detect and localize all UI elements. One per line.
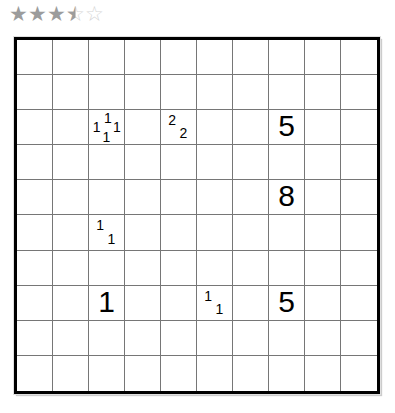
cell-r9c9[interactable] bbox=[305, 321, 341, 356]
cell-r6c6[interactable] bbox=[197, 215, 233, 250]
cell-r4c9[interactable] bbox=[305, 145, 341, 180]
cell-r7c3[interactable] bbox=[89, 251, 125, 286]
cell-r1c9[interactable] bbox=[305, 40, 341, 75]
cell-r1c3[interactable] bbox=[89, 40, 125, 75]
cell-r8c10[interactable] bbox=[341, 286, 377, 321]
cell-r3c3: 1111 bbox=[89, 110, 125, 145]
cell-r4c7[interactable] bbox=[233, 145, 269, 180]
cell-r9c6[interactable] bbox=[197, 321, 233, 356]
clue-number: 5 bbox=[269, 110, 304, 144]
cell-r4c4[interactable] bbox=[125, 145, 161, 180]
cell-r6c1[interactable] bbox=[17, 215, 53, 250]
clue-number: 8 bbox=[269, 180, 304, 214]
cell-r7c10[interactable] bbox=[341, 251, 377, 286]
cell-r3c2[interactable] bbox=[53, 110, 89, 145]
cell-r6c3: 11 bbox=[89, 215, 125, 250]
cell-r2c10[interactable] bbox=[341, 75, 377, 110]
cell-r4c8[interactable] bbox=[269, 145, 305, 180]
clue-number: 1 bbox=[103, 130, 111, 144]
cell-r4c6[interactable] bbox=[197, 145, 233, 180]
cell-r10c7[interactable] bbox=[233, 356, 269, 391]
cell-r3c8: 5 bbox=[269, 110, 305, 145]
cell-r1c2[interactable] bbox=[53, 40, 89, 75]
cell-r9c1[interactable] bbox=[17, 321, 53, 356]
cell-r6c10[interactable] bbox=[341, 215, 377, 250]
cell-r5c5[interactable] bbox=[161, 180, 197, 215]
cell-r5c6[interactable] bbox=[197, 180, 233, 215]
cell-r1c10[interactable] bbox=[341, 40, 377, 75]
cell-r10c5[interactable] bbox=[161, 356, 197, 391]
cell-r1c6[interactable] bbox=[197, 40, 233, 75]
cell-r6c4[interactable] bbox=[125, 215, 161, 250]
cell-r7c6[interactable] bbox=[197, 251, 233, 286]
cell-r9c2[interactable] bbox=[53, 321, 89, 356]
cell-r10c1[interactable] bbox=[17, 356, 53, 391]
cell-r10c8[interactable] bbox=[269, 356, 305, 391]
clue-number: 1 bbox=[96, 218, 104, 232]
cell-r1c4[interactable] bbox=[125, 40, 161, 75]
cell-r3c5: 22 bbox=[161, 110, 197, 145]
cell-r10c6[interactable] bbox=[197, 356, 233, 391]
cell-r6c7[interactable] bbox=[233, 215, 269, 250]
clue-number: 1 bbox=[89, 286, 124, 320]
cell-r2c4[interactable] bbox=[125, 75, 161, 110]
cell-r7c7[interactable] bbox=[233, 251, 269, 286]
cell-r7c2[interactable] bbox=[53, 251, 89, 286]
filled-star-icon: ★ bbox=[9, 1, 28, 27]
cell-r9c8[interactable] bbox=[269, 321, 305, 356]
clue-number: 2 bbox=[179, 126, 187, 140]
cell-r3c9[interactable] bbox=[305, 110, 341, 145]
cell-r10c10[interactable] bbox=[341, 356, 377, 391]
cell-r5c10[interactable] bbox=[341, 180, 377, 215]
cell-r5c8: 8 bbox=[269, 180, 305, 215]
cell-r7c5[interactable] bbox=[161, 251, 197, 286]
cell-r10c2[interactable] bbox=[53, 356, 89, 391]
tapa-board: 11112258111115 bbox=[14, 37, 380, 394]
cell-r2c3[interactable] bbox=[89, 75, 125, 110]
cell-r8c4[interactable] bbox=[125, 286, 161, 321]
half-star-icon: ☆★ bbox=[66, 1, 85, 27]
clue-number: 1 bbox=[104, 111, 112, 125]
cell-r5c9[interactable] bbox=[305, 180, 341, 215]
cell-r3c6[interactable] bbox=[197, 110, 233, 145]
cell-r9c10[interactable] bbox=[341, 321, 377, 356]
cell-r6c2[interactable] bbox=[53, 215, 89, 250]
empty-star-icon: ☆ bbox=[85, 1, 104, 27]
cell-r5c7[interactable] bbox=[233, 180, 269, 215]
cell-r9c3[interactable] bbox=[89, 321, 125, 356]
cell-r10c3[interactable] bbox=[89, 356, 125, 391]
cell-r9c7[interactable] bbox=[233, 321, 269, 356]
cell-r3c4[interactable] bbox=[125, 110, 161, 145]
filled-star-icon: ★ bbox=[47, 1, 66, 27]
cell-r5c3[interactable] bbox=[89, 180, 125, 215]
cell-r2c6[interactable] bbox=[197, 75, 233, 110]
cell-r5c4[interactable] bbox=[125, 180, 161, 215]
cell-r1c5[interactable] bbox=[161, 40, 197, 75]
clue-number: 2 bbox=[168, 113, 176, 127]
cell-r2c1[interactable] bbox=[17, 75, 53, 110]
cell-r4c10[interactable] bbox=[341, 145, 377, 180]
cell-r8c3: 1 bbox=[89, 286, 125, 321]
clue-number: 1 bbox=[93, 120, 101, 134]
cell-r9c4[interactable] bbox=[125, 321, 161, 356]
tapa-puzzle-page: ★★★☆★☆ 11112258111115 bbox=[0, 0, 395, 413]
clue-number: 1 bbox=[107, 232, 115, 246]
cell-r8c7[interactable] bbox=[233, 286, 269, 321]
cell-r6c9[interactable] bbox=[305, 215, 341, 250]
clue-number: 1 bbox=[113, 120, 121, 134]
cell-r1c7[interactable] bbox=[233, 40, 269, 75]
cell-r2c8[interactable] bbox=[269, 75, 305, 110]
cell-r8c8: 5 bbox=[269, 286, 305, 321]
cell-r7c1[interactable] bbox=[17, 251, 53, 286]
cell-r8c1[interactable] bbox=[17, 286, 53, 321]
cell-r3c7[interactable] bbox=[233, 110, 269, 145]
cell-r7c9[interactable] bbox=[305, 251, 341, 286]
cell-r1c1[interactable] bbox=[17, 40, 53, 75]
cell-r6c5[interactable] bbox=[161, 215, 197, 250]
clue-number: 5 bbox=[269, 286, 304, 320]
cell-r10c9[interactable] bbox=[305, 356, 341, 391]
cell-r1c8[interactable] bbox=[269, 40, 305, 75]
cell-r7c4[interactable] bbox=[125, 251, 161, 286]
cell-r2c9[interactable] bbox=[305, 75, 341, 110]
cell-r2c7[interactable] bbox=[233, 75, 269, 110]
cell-r8c2[interactable] bbox=[53, 286, 89, 321]
cell-r5c1[interactable] bbox=[17, 180, 53, 215]
cell-r6c8[interactable] bbox=[269, 215, 305, 250]
cell-r9c5[interactable] bbox=[161, 321, 197, 356]
cell-r4c3[interactable] bbox=[89, 145, 125, 180]
cell-r5c2[interactable] bbox=[53, 180, 89, 215]
filled-star-icon: ★ bbox=[28, 1, 47, 27]
difficulty-stars: ★★★☆★☆ bbox=[9, 1, 104, 27]
clue-number: 1 bbox=[204, 289, 212, 303]
cell-r10c4[interactable] bbox=[125, 356, 161, 391]
clue-number: 1 bbox=[215, 302, 223, 316]
cell-r4c2[interactable] bbox=[53, 145, 89, 180]
cell-r3c10[interactable] bbox=[341, 110, 377, 145]
cell-r4c5[interactable] bbox=[161, 145, 197, 180]
cell-r8c5[interactable] bbox=[161, 286, 197, 321]
cell-r4c1[interactable] bbox=[17, 145, 53, 180]
cell-r3c1[interactable] bbox=[17, 110, 53, 145]
cell-r8c6: 11 bbox=[197, 286, 233, 321]
cell-r2c5[interactable] bbox=[161, 75, 197, 110]
cell-r7c8[interactable] bbox=[269, 251, 305, 286]
cell-r8c9[interactable] bbox=[305, 286, 341, 321]
cell-r2c2[interactable] bbox=[53, 75, 89, 110]
